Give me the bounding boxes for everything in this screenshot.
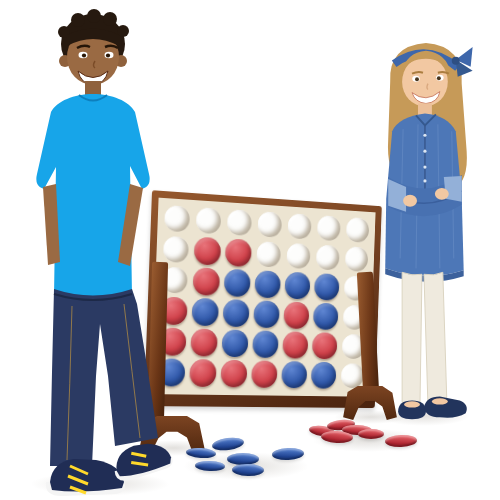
cell-r4c4[interactable] bbox=[252, 299, 280, 328]
blue-disc bbox=[223, 299, 250, 327]
cell-r3c5[interactable] bbox=[284, 271, 312, 300]
cell-r3c4[interactable] bbox=[253, 269, 281, 298]
board-frame bbox=[144, 190, 382, 408]
cell-r4c3[interactable] bbox=[222, 298, 251, 327]
red-disc bbox=[283, 301, 309, 329]
cell-r1c6[interactable] bbox=[315, 213, 342, 242]
empty-hole bbox=[258, 211, 283, 238]
cell-r5c3[interactable] bbox=[221, 328, 250, 357]
cell-r6c4[interactable] bbox=[250, 359, 278, 388]
board-panel bbox=[151, 198, 375, 397]
empty-hole bbox=[196, 207, 221, 234]
red-floor-disc[interactable] bbox=[358, 429, 384, 439]
cell-r4c5[interactable] bbox=[282, 300, 310, 329]
blue-disc bbox=[222, 329, 249, 357]
cell-r1c4[interactable] bbox=[256, 209, 284, 239]
red-disc bbox=[189, 358, 217, 386]
cell-r2c7[interactable] bbox=[343, 244, 370, 273]
empty-hole bbox=[341, 363, 364, 388]
red-disc bbox=[190, 328, 218, 356]
blue-disc bbox=[313, 302, 339, 329]
red-disc bbox=[225, 238, 252, 267]
empty-hole bbox=[316, 244, 340, 270]
empty-hole bbox=[346, 217, 369, 243]
cell-r1c7[interactable] bbox=[344, 215, 371, 244]
blue-floor-disc[interactable] bbox=[232, 464, 264, 477]
girl-white-pants bbox=[402, 272, 447, 404]
cell-r1c5[interactable] bbox=[286, 211, 314, 240]
red-disc bbox=[193, 267, 220, 296]
boy-jeans bbox=[50, 289, 158, 466]
empty-hole bbox=[256, 241, 281, 267]
empty-hole bbox=[288, 213, 312, 239]
cell-r3c2[interactable] bbox=[192, 266, 221, 296]
empty-hole bbox=[345, 246, 368, 272]
blue-disc bbox=[281, 361, 307, 388]
blue-disc bbox=[253, 300, 280, 328]
cell-r5c6[interactable] bbox=[311, 331, 338, 359]
empty-hole bbox=[227, 209, 252, 236]
product-photo-stage bbox=[0, 0, 500, 500]
red-disc bbox=[282, 331, 308, 359]
red-disc bbox=[251, 360, 278, 388]
blue-floor-disc[interactable] bbox=[211, 436, 244, 452]
cell-r2c6[interactable] bbox=[314, 243, 341, 272]
blue-disc bbox=[252, 330, 279, 358]
cell-r2c2[interactable] bbox=[193, 236, 222, 266]
boy-figure bbox=[12, 4, 174, 500]
cell-r5c4[interactable] bbox=[251, 329, 279, 358]
cell-r2c3[interactable] bbox=[224, 237, 253, 267]
blue-disc bbox=[284, 271, 310, 299]
red-disc bbox=[220, 359, 247, 387]
cell-r5c2[interactable] bbox=[189, 327, 218, 356]
blue-disc bbox=[224, 268, 251, 296]
blue-disc bbox=[314, 273, 340, 301]
blue-disc bbox=[191, 297, 219, 325]
cell-r6c2[interactable] bbox=[188, 358, 217, 387]
connect4-board bbox=[144, 190, 382, 408]
cell-r1c2[interactable] bbox=[194, 205, 223, 235]
cell-r3c3[interactable] bbox=[223, 268, 252, 297]
red-disc bbox=[194, 236, 221, 265]
cell-r3c6[interactable] bbox=[313, 272, 340, 301]
cell-r4c6[interactable] bbox=[312, 302, 339, 330]
cell-r2c5[interactable] bbox=[285, 241, 313, 270]
cell-r4c2[interactable] bbox=[190, 297, 219, 327]
empty-hole bbox=[317, 215, 341, 241]
cell-r1c3[interactable] bbox=[225, 207, 254, 237]
cell-r5c5[interactable] bbox=[281, 330, 309, 359]
blue-disc bbox=[254, 270, 281, 298]
cell-r6c3[interactable] bbox=[219, 359, 248, 388]
cell-r2c4[interactable] bbox=[255, 239, 283, 268]
red-disc bbox=[312, 332, 338, 359]
cell-r6c6[interactable] bbox=[310, 361, 337, 389]
empty-hole bbox=[286, 242, 310, 268]
blue-disc bbox=[311, 361, 337, 388]
board-grid bbox=[151, 198, 375, 394]
boy-face bbox=[59, 29, 127, 99]
cell-r6c5[interactable] bbox=[280, 360, 308, 388]
